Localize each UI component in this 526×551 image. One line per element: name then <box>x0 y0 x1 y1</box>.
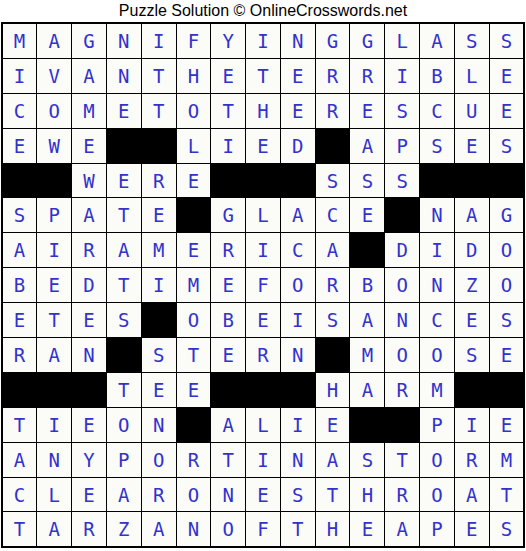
letter-cell: D <box>455 233 489 267</box>
letter-cell: E <box>142 373 176 407</box>
letter-cell: S <box>490 24 524 58</box>
letter-cell: S <box>490 129 524 163</box>
letter-cell: N <box>281 338 315 372</box>
letter-cell: L <box>177 129 211 163</box>
letter-cell: S <box>385 164 419 198</box>
letter-cell: T <box>490 478 524 512</box>
letter-cell: E <box>350 94 384 128</box>
letter-cell: D <box>385 233 419 267</box>
letter-cell: A <box>385 512 419 546</box>
letter-cell: O <box>211 512 245 546</box>
letter-cell: O <box>490 233 524 267</box>
letter-cell: A <box>142 512 176 546</box>
letter-cell: T <box>246 59 280 93</box>
letter-cell: I <box>142 24 176 58</box>
letter-cell: I <box>281 408 315 442</box>
letter-cell: E <box>350 512 384 546</box>
letter-cell: A <box>281 198 315 232</box>
letter-cell: Y <box>72 443 106 477</box>
letter-cell: T <box>142 59 176 93</box>
letter-cell: S <box>350 164 384 198</box>
letter-cell: O <box>420 443 454 477</box>
black-cell <box>142 303 176 337</box>
letter-cell: O <box>177 94 211 128</box>
letter-cell: T <box>107 373 141 407</box>
letter-cell: A <box>107 478 141 512</box>
letter-cell: A <box>37 338 71 372</box>
letter-cell: A <box>37 24 71 58</box>
letter-cell: N <box>420 268 454 302</box>
letter-cell: M <box>420 373 454 407</box>
letter-cell: P <box>37 198 71 232</box>
letter-cell: E <box>72 303 106 337</box>
black-cell <box>316 338 350 372</box>
letter-cell: R <box>316 268 350 302</box>
letter-cell: A <box>107 233 141 267</box>
letter-cell: O <box>281 268 315 302</box>
black-cell <box>420 164 454 198</box>
letter-cell: M <box>490 443 524 477</box>
letter-cell: S <box>455 338 489 372</box>
black-cell <box>350 233 384 267</box>
letter-cell: E <box>455 129 489 163</box>
letter-cell: E <box>211 338 245 372</box>
black-cell <box>72 373 106 407</box>
black-cell <box>177 198 211 232</box>
letter-cell: S <box>316 303 350 337</box>
letter-cell: A <box>455 198 489 232</box>
letter-cell: M <box>72 94 106 128</box>
letter-cell: S <box>420 129 454 163</box>
black-cell <box>246 164 280 198</box>
letter-cell: O <box>142 443 176 477</box>
letter-cell: G <box>316 24 350 58</box>
letter-cell: O <box>177 478 211 512</box>
black-cell <box>177 408 211 442</box>
letter-cell: E <box>490 94 524 128</box>
letter-cell: R <box>177 443 211 477</box>
letter-cell: R <box>211 233 245 267</box>
letter-cell: S <box>455 24 489 58</box>
black-cell <box>490 373 524 407</box>
letter-cell: E <box>107 94 141 128</box>
letter-cell: N <box>281 24 315 58</box>
letter-cell: E <box>350 198 384 232</box>
letter-cell: T <box>107 198 141 232</box>
letter-cell: I <box>246 443 280 477</box>
letter-cell: M <box>142 233 176 267</box>
letter-cell: A <box>72 59 106 93</box>
letter-cell: R <box>246 338 280 372</box>
letter-cell: Z <box>107 512 141 546</box>
letter-cell: C <box>316 198 350 232</box>
crossword-grid: MAGNIFYINGGLASSIVANTHETERRIBLECOMETOTHER… <box>1 22 526 548</box>
letter-cell: S <box>490 512 524 546</box>
letter-cell: A <box>3 233 37 267</box>
letter-cell: E <box>316 408 350 442</box>
letter-cell: E <box>3 303 37 337</box>
letter-cell: T <box>3 408 37 442</box>
letter-cell: N <box>420 198 454 232</box>
letter-cell: R <box>142 478 176 512</box>
letter-cell: I <box>142 268 176 302</box>
letter-cell: I <box>211 129 245 163</box>
letter-cell: B <box>211 303 245 337</box>
letter-cell: H <box>246 94 280 128</box>
letter-cell: E <box>281 59 315 93</box>
letter-cell: T <box>142 94 176 128</box>
letter-cell: E <box>455 512 489 546</box>
puzzle-page: Puzzle Solution © OnlineCrosswords.net M… <box>0 0 526 548</box>
black-cell <box>37 373 71 407</box>
letter-cell: T <box>211 443 245 477</box>
black-cell <box>455 164 489 198</box>
letter-cell: L <box>246 198 280 232</box>
letter-cell: D <box>281 129 315 163</box>
letter-cell: N <box>107 24 141 58</box>
letter-cell: G <box>490 198 524 232</box>
letter-cell: A <box>316 443 350 477</box>
letter-cell: L <box>385 24 419 58</box>
letter-cell: R <box>316 94 350 128</box>
black-cell <box>3 164 37 198</box>
letter-cell: N <box>385 303 419 337</box>
letter-cell: O <box>420 338 454 372</box>
letter-cell: E <box>177 373 211 407</box>
letter-cell: P <box>420 408 454 442</box>
letter-cell: D <box>72 268 106 302</box>
black-cell <box>385 408 419 442</box>
letter-cell: Y <box>211 24 245 58</box>
letter-cell: O <box>490 268 524 302</box>
letter-cell: T <box>37 303 71 337</box>
letter-cell: E <box>177 233 211 267</box>
letter-cell: R <box>72 512 106 546</box>
black-cell <box>211 373 245 407</box>
letter-cell: A <box>316 233 350 267</box>
letter-cell: M <box>177 268 211 302</box>
letter-cell: T <box>281 512 315 546</box>
letter-cell: I <box>455 408 489 442</box>
letter-cell: W <box>72 164 106 198</box>
letter-cell: F <box>246 512 280 546</box>
black-cell <box>142 129 176 163</box>
letter-cell: G <box>350 24 384 58</box>
letter-cell: W <box>37 129 71 163</box>
black-cell <box>107 129 141 163</box>
letter-cell: P <box>385 129 419 163</box>
letter-cell: E <box>142 198 176 232</box>
letter-cell: R <box>350 59 384 93</box>
letter-cell: A <box>211 408 245 442</box>
letter-cell: I <box>3 59 37 93</box>
black-cell <box>455 373 489 407</box>
letter-cell: T <box>107 268 141 302</box>
black-cell <box>316 129 350 163</box>
letter-cell: S <box>490 303 524 337</box>
letter-cell: S <box>107 303 141 337</box>
letter-cell: T <box>316 478 350 512</box>
letter-cell: F <box>246 268 280 302</box>
letter-cell: C <box>3 94 37 128</box>
letter-cell: O <box>177 303 211 337</box>
letter-cell: E <box>246 129 280 163</box>
letter-cell: N <box>72 338 106 372</box>
letter-cell: G <box>211 198 245 232</box>
letter-cell: I <box>420 233 454 267</box>
letter-cell: E <box>281 94 315 128</box>
letter-cell: C <box>420 94 454 128</box>
letter-cell: A <box>72 198 106 232</box>
letter-cell: N <box>142 408 176 442</box>
letter-cell: L <box>246 408 280 442</box>
letter-cell: A <box>3 443 37 477</box>
letter-cell: N <box>37 443 71 477</box>
letter-cell: E <box>246 303 280 337</box>
letter-cell: M <box>3 24 37 58</box>
black-cell <box>211 164 245 198</box>
letter-cell: T <box>211 94 245 128</box>
letter-cell: A <box>37 512 71 546</box>
letter-cell: S <box>3 198 37 232</box>
letter-cell: P <box>420 512 454 546</box>
letter-cell: A <box>455 478 489 512</box>
letter-cell: I <box>281 303 315 337</box>
letter-cell: I <box>37 408 71 442</box>
letter-cell: R <box>455 443 489 477</box>
letter-cell: S <box>350 443 384 477</box>
letter-cell: P <box>107 443 141 477</box>
letter-cell: E <box>107 164 141 198</box>
black-cell <box>490 164 524 198</box>
letter-cell: S <box>142 338 176 372</box>
letter-cell: H <box>177 59 211 93</box>
page-title: Puzzle Solution © OnlineCrosswords.net <box>0 0 526 22</box>
letter-cell: O <box>420 478 454 512</box>
letter-cell: E <box>72 408 106 442</box>
letter-cell: I <box>37 233 71 267</box>
letter-cell: T <box>385 443 419 477</box>
letter-cell: T <box>3 512 37 546</box>
letter-cell: I <box>246 233 280 267</box>
letter-cell: E <box>246 478 280 512</box>
letter-cell: O <box>385 268 419 302</box>
letter-cell: L <box>37 478 71 512</box>
letter-cell: B <box>3 268 37 302</box>
black-cell <box>246 373 280 407</box>
letter-cell: A <box>350 129 384 163</box>
letter-cell: N <box>177 512 211 546</box>
letter-cell: V <box>37 59 71 93</box>
letter-cell: B <box>420 59 454 93</box>
letter-cell: E <box>72 129 106 163</box>
letter-cell: O <box>107 408 141 442</box>
letter-cell: E <box>211 268 245 302</box>
letter-cell: C <box>3 478 37 512</box>
letter-cell: E <box>490 59 524 93</box>
letter-cell: S <box>385 94 419 128</box>
letter-cell: R <box>385 373 419 407</box>
letter-cell: A <box>350 373 384 407</box>
letter-cell: R <box>3 338 37 372</box>
letter-cell: A <box>350 303 384 337</box>
letter-cell: L <box>455 59 489 93</box>
letter-cell: U <box>455 94 489 128</box>
black-cell <box>107 338 141 372</box>
black-cell <box>350 408 384 442</box>
letter-cell: M <box>350 338 384 372</box>
letter-cell: R <box>316 59 350 93</box>
letter-cell: S <box>281 478 315 512</box>
letter-cell: C <box>420 303 454 337</box>
letter-cell: Z <box>455 268 489 302</box>
letter-cell: B <box>350 268 384 302</box>
letter-cell: E <box>72 478 106 512</box>
letter-cell: R <box>142 164 176 198</box>
black-cell <box>281 373 315 407</box>
letter-cell: E <box>211 59 245 93</box>
letter-cell: R <box>385 478 419 512</box>
letter-cell: T <box>177 338 211 372</box>
letter-cell: H <box>316 512 350 546</box>
letter-cell: A <box>420 24 454 58</box>
letter-cell: G <box>72 24 106 58</box>
black-cell <box>3 373 37 407</box>
black-cell <box>385 198 419 232</box>
letter-cell: E <box>37 268 71 302</box>
letter-cell: N <box>107 59 141 93</box>
letter-cell: E <box>490 408 524 442</box>
letter-cell: C <box>281 233 315 267</box>
letter-cell: H <box>350 478 384 512</box>
letter-cell: E <box>455 303 489 337</box>
letter-cell: N <box>281 443 315 477</box>
black-cell <box>37 164 71 198</box>
letter-cell: I <box>385 59 419 93</box>
letter-cell: O <box>37 94 71 128</box>
letter-cell: I <box>246 24 280 58</box>
letter-cell: E <box>490 338 524 372</box>
letter-cell: O <box>385 338 419 372</box>
letter-cell: S <box>316 164 350 198</box>
black-cell <box>281 164 315 198</box>
letter-cell: N <box>211 478 245 512</box>
letter-cell: H <box>316 373 350 407</box>
letter-cell: F <box>177 24 211 58</box>
letter-cell: E <box>3 129 37 163</box>
letter-cell: R <box>72 233 106 267</box>
letter-cell: E <box>177 164 211 198</box>
